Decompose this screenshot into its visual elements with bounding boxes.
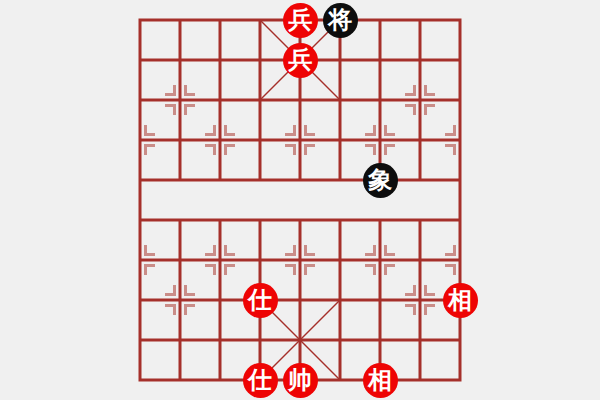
board-intersection[interactable] <box>320 120 360 160</box>
board-intersection[interactable] <box>440 320 480 360</box>
xiangqi-board[interactable]: 兵将兵象仕相仕帅相 <box>120 0 480 400</box>
board-intersection[interactable] <box>240 160 280 200</box>
board-intersection[interactable] <box>440 240 480 280</box>
board-intersection[interactable] <box>160 280 200 320</box>
board-intersection[interactable] <box>200 120 240 160</box>
board-intersection[interactable] <box>400 280 440 320</box>
board-intersection[interactable] <box>400 320 440 360</box>
red-soldier-e1[interactable]: 兵 <box>280 40 320 80</box>
red-soldier-e0[interactable]: 兵 <box>280 0 320 40</box>
board-intersection[interactable] <box>160 120 200 160</box>
board-intersection[interactable] <box>200 280 240 320</box>
board-intersection[interactable] <box>320 40 360 80</box>
board-intersection[interactable] <box>240 0 280 40</box>
red-elephant-i7[interactable]: 相 <box>440 280 480 320</box>
board-intersection[interactable] <box>200 360 240 400</box>
board-intersection[interactable] <box>160 320 200 360</box>
board-intersection[interactable] <box>360 40 400 80</box>
board-intersection[interactable] <box>320 240 360 280</box>
board-intersection[interactable] <box>120 200 160 240</box>
board-intersection[interactable] <box>320 280 360 320</box>
board-intersection[interactable] <box>120 160 160 200</box>
board-intersection[interactable] <box>440 0 480 40</box>
board-intersection[interactable] <box>200 160 240 200</box>
board-intersection[interactable] <box>120 0 160 40</box>
board-intersection[interactable] <box>440 80 480 120</box>
board-intersection[interactable] <box>280 160 320 200</box>
board-intersection[interactable] <box>200 320 240 360</box>
board-intersection[interactable] <box>400 0 440 40</box>
piece-glyph: 兵 <box>283 3 318 38</box>
board-intersection[interactable] <box>400 240 440 280</box>
board-intersection[interactable] <box>240 80 280 120</box>
board-intersection[interactable] <box>440 40 480 80</box>
board-intersection[interactable] <box>200 200 240 240</box>
board-intersection[interactable] <box>360 80 400 120</box>
piece-glyph: 仕 <box>243 283 278 318</box>
piece-glyph: 相 <box>363 363 398 398</box>
board-intersection[interactable] <box>120 360 160 400</box>
board-intersection[interactable] <box>120 120 160 160</box>
board-intersection[interactable] <box>240 320 280 360</box>
board-intersection[interactable] <box>360 200 400 240</box>
board-intersection[interactable] <box>280 280 320 320</box>
red-advisor-d7[interactable]: 仕 <box>240 280 280 320</box>
board-intersection[interactable] <box>120 80 160 120</box>
piece-glyph: 兵 <box>283 43 318 78</box>
piece-glyph: 将 <box>323 3 358 38</box>
board-intersection[interactable] <box>440 360 480 400</box>
board-intersection[interactable] <box>200 80 240 120</box>
board-intersection[interactable] <box>160 360 200 400</box>
black-general[interactable]: 将 <box>320 0 360 40</box>
board-intersection[interactable] <box>400 200 440 240</box>
board-intersection[interactable] <box>240 240 280 280</box>
board-intersection[interactable] <box>400 360 440 400</box>
red-advisor-d9[interactable]: 仕 <box>240 360 280 400</box>
board-intersection[interactable] <box>200 0 240 40</box>
board-intersection[interactable] <box>280 320 320 360</box>
board-intersection[interactable] <box>400 80 440 120</box>
board-intersection[interactable] <box>440 200 480 240</box>
board-intersection[interactable] <box>280 80 320 120</box>
board-intersection[interactable] <box>160 160 200 200</box>
board-intersection[interactable] <box>320 160 360 200</box>
board-intersection[interactable] <box>200 40 240 80</box>
board-intersection[interactable] <box>440 120 480 160</box>
board-intersection[interactable] <box>360 0 400 40</box>
board-intersection[interactable] <box>320 360 360 400</box>
board-intersection[interactable] <box>280 120 320 160</box>
red-general[interactable]: 帅 <box>280 360 320 400</box>
board-intersection[interactable] <box>440 160 480 200</box>
board-intersection[interactable] <box>400 120 440 160</box>
board-intersection[interactable] <box>160 80 200 120</box>
piece-glyph: 帅 <box>283 363 318 398</box>
board-intersection[interactable] <box>120 40 160 80</box>
piece-glyph: 仕 <box>243 363 278 398</box>
board-intersection[interactable] <box>320 200 360 240</box>
board-intersection[interactable] <box>400 160 440 200</box>
board-intersection[interactable] <box>360 240 400 280</box>
board-intersection[interactable] <box>240 120 280 160</box>
board-intersection[interactable] <box>160 0 200 40</box>
board-intersection[interactable] <box>360 320 400 360</box>
black-elephant[interactable]: 象 <box>360 160 400 200</box>
board-intersection[interactable] <box>240 40 280 80</box>
board-intersection[interactable] <box>160 200 200 240</box>
piece-glyph: 象 <box>363 163 398 198</box>
piece-glyph: 相 <box>443 283 478 318</box>
board-intersection[interactable] <box>120 320 160 360</box>
board-intersection[interactable] <box>160 240 200 280</box>
board-intersection[interactable] <box>320 320 360 360</box>
board-intersection[interactable] <box>280 240 320 280</box>
board-intersection[interactable] <box>120 280 160 320</box>
board-intersection[interactable] <box>120 240 160 280</box>
board-intersection[interactable] <box>160 40 200 80</box>
board-intersection[interactable] <box>280 200 320 240</box>
board-intersection[interactable] <box>200 240 240 280</box>
board-intersection[interactable] <box>400 40 440 80</box>
red-elephant-g9[interactable]: 相 <box>360 360 400 400</box>
board-intersection[interactable] <box>320 80 360 120</box>
board-intersection[interactable] <box>360 120 400 160</box>
xiangqi-app: 兵将兵象仕相仕帅相 <box>0 0 600 400</box>
board-intersection[interactable] <box>240 200 280 240</box>
board-intersection[interactable] <box>360 280 400 320</box>
